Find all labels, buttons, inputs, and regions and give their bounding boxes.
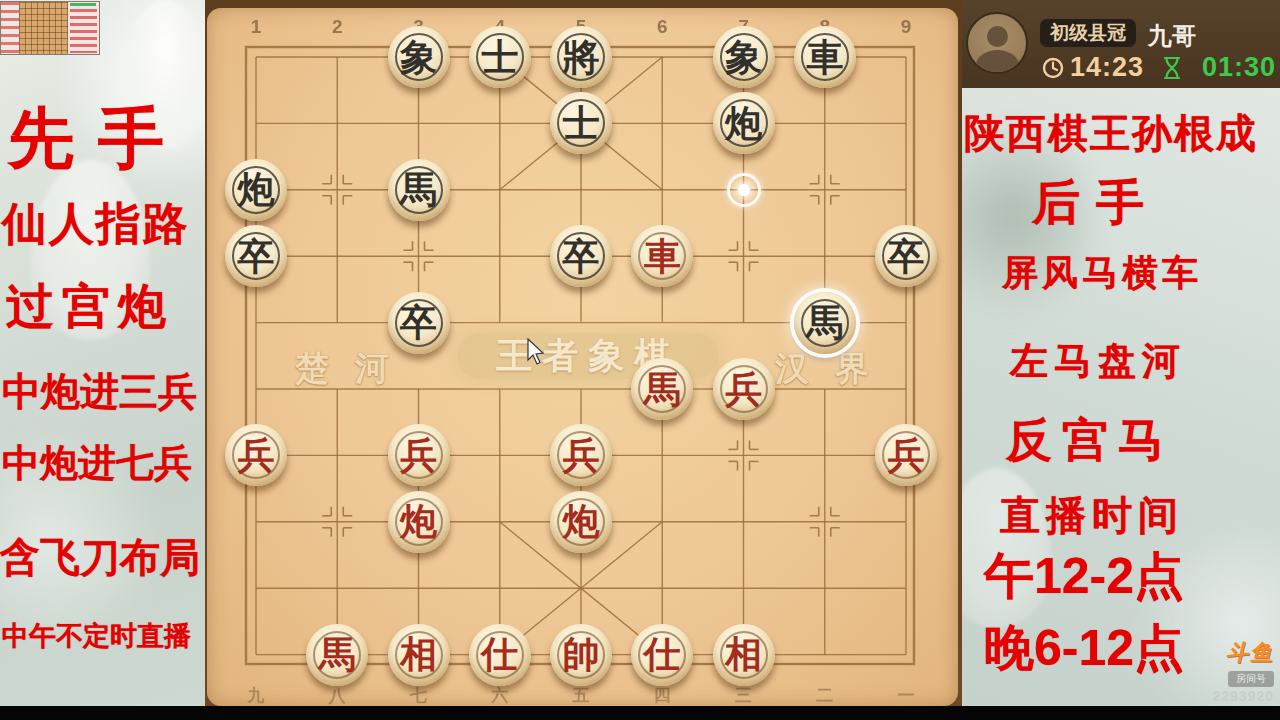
piece-character: 卒 (563, 238, 600, 275)
stream-frame: 先手 仙人指路 过宫炮 中炮进三兵 中炮进七兵 含飞刀布局 中午不定时直播 12… (0, 0, 1280, 720)
piece-character: 馬 (644, 371, 681, 408)
piece-character: 馬 (400, 171, 437, 208)
piece-character: 車 (644, 238, 681, 275)
piece-black-卒[interactable]: 卒 (550, 225, 612, 287)
piece-black-卒[interactable]: 卒 (388, 292, 450, 354)
mini-thumb-board (19, 2, 68, 54)
piece-red-兵[interactable]: 兵 (225, 424, 287, 486)
stream-logo: 斗鱼 房间号 2293920 (1188, 638, 1274, 704)
piece-red-兵[interactable]: 兵 (550, 424, 612, 486)
annotation-opening-2: 过宫炮 (6, 282, 174, 332)
player-name: 九哥 (1148, 20, 1196, 52)
letterbox-bar (0, 706, 1280, 720)
annotation-opening-3: 中炮进三兵 (2, 372, 197, 413)
piece-red-相[interactable]: 相 (388, 624, 450, 686)
piece-character: 士 (481, 39, 518, 76)
piece-character: 炮 (238, 171, 275, 208)
piece-black-馬[interactable]: 馬 (388, 159, 450, 221)
piece-red-馬[interactable]: 馬 (631, 358, 693, 420)
piece-character: 卒 (888, 238, 925, 275)
piece-character: 將 (563, 39, 600, 76)
piece-red-馬[interactable]: 馬 (306, 624, 368, 686)
piece-character: 卒 (400, 304, 437, 341)
piece-black-士[interactable]: 士 (469, 26, 531, 88)
left-sidebar: 先手 仙人指路 过宫炮 中炮进三兵 中炮进七兵 含飞刀布局 中午不定时直播 (0, 0, 205, 706)
player-panel: 初级县冠 九哥 14:23 01:30 (962, 0, 1280, 88)
annotation-opponent-name: 陕西棋王孙根成 (964, 112, 1258, 154)
avatar-shoulders-silhouette (976, 50, 1019, 74)
annotation-stream-time-title: 直播时间 (1000, 494, 1184, 536)
piece-red-仕[interactable]: 仕 (631, 624, 693, 686)
piece-character: 帥 (563, 636, 600, 673)
piece-red-兵[interactable]: 兵 (875, 424, 937, 486)
piece-character: 炮 (563, 503, 600, 540)
piece-black-炮[interactable]: 炮 (225, 159, 287, 221)
piece-black-士[interactable]: 士 (550, 92, 612, 154)
piece-character: 炮 (725, 105, 762, 142)
piece-character: 象 (725, 39, 762, 76)
piece-character: 相 (725, 636, 762, 673)
pieces-layer: 象士將象車士炮炮馬卒卒車卒卒馬馬兵兵兵兵兵炮炮馬相仕帥仕相 (207, 8, 958, 706)
annotation-stream-time-noon: 午12-2点 (984, 550, 1184, 603)
piece-red-兵[interactable]: 兵 (388, 424, 450, 486)
piece-character: 馬 (319, 636, 356, 673)
piece-red-帥[interactable]: 帥 (550, 624, 612, 686)
piece-character: 卒 (238, 238, 275, 275)
annotation-opening-4: 中炮进七兵 (2, 444, 192, 484)
mini-thumb-left-text (1, 2, 19, 54)
piece-black-象[interactable]: 象 (713, 26, 775, 88)
annotation-first-move: 先手 (8, 104, 188, 173)
piece-red-兵[interactable]: 兵 (713, 358, 775, 420)
last-move-origin-marker (727, 173, 761, 207)
piece-character: 相 (400, 636, 437, 673)
piece-red-車[interactable]: 車 (631, 225, 693, 287)
xiangqi-board[interactable]: 123456789 九八七六五四三二一 楚河 汉界 王者象棋 象士將象車士炮炮馬… (207, 8, 958, 706)
total-time: 14:23 (1070, 52, 1144, 83)
piece-character: 兵 (725, 371, 762, 408)
piece-character: 車 (806, 39, 843, 76)
piece-character: 兵 (563, 437, 600, 474)
piece-character: 炮 (400, 503, 437, 540)
move-time: 01:30 (1202, 52, 1276, 83)
piece-character: 仕 (644, 636, 681, 673)
clock-icon (1042, 57, 1064, 79)
piece-black-炮[interactable]: 炮 (713, 92, 775, 154)
avatar[interactable] (966, 12, 1028, 74)
annotation-stream-time-night: 晚6-12点 (984, 622, 1184, 675)
annotation-defense-3: 反宫马 (1006, 416, 1174, 464)
piece-red-炮[interactable]: 炮 (550, 491, 612, 553)
annotation-defense-1: 屏风马横车 (1002, 254, 1202, 292)
mini-thumb-right-text (68, 2, 99, 54)
piece-character: 象 (400, 39, 437, 76)
annotation-defense-2: 左马盘河 (1010, 342, 1186, 382)
clock-row: 14:23 01:30 (1042, 52, 1276, 83)
piece-black-卒[interactable]: 卒 (225, 225, 287, 287)
piece-red-仕[interactable]: 仕 (469, 624, 531, 686)
piece-red-炮[interactable]: 炮 (388, 491, 450, 553)
annotation-second-move: 后手 (1032, 178, 1160, 228)
mouse-cursor (527, 338, 547, 366)
room-number: 2293920 (1188, 688, 1274, 704)
avatar-head-silhouette (987, 26, 1008, 47)
piece-black-象[interactable]: 象 (388, 26, 450, 88)
rank-badge: 初级县冠 (1040, 19, 1136, 47)
annotation-opening-1: 仙人指路 (2, 200, 190, 247)
piece-red-相[interactable]: 相 (713, 624, 775, 686)
annotation-opening-5: 含飞刀布局 (0, 536, 200, 578)
piece-character: 士 (563, 105, 600, 142)
board-region: 123456789 九八七六五四三二一 楚河 汉界 王者象棋 象士將象車士炮炮馬… (205, 0, 962, 706)
piece-character: 兵 (400, 437, 437, 474)
piece-character: 馬 (806, 304, 843, 341)
mini-board-thumbnail (0, 1, 100, 55)
piece-character: 兵 (238, 437, 275, 474)
piece-character: 仕 (481, 636, 518, 673)
piece-black-馬[interactable]: 馬 (794, 292, 856, 354)
piece-character: 兵 (888, 437, 925, 474)
piece-black-車[interactable]: 車 (794, 26, 856, 88)
room-number-label: 房间号 (1228, 671, 1274, 687)
piece-black-卒[interactable]: 卒 (875, 225, 937, 287)
annotation-schedule-note: 中午不定时直播 (2, 622, 191, 650)
hourglass-icon (1162, 56, 1182, 80)
douyu-brand-logo: 斗鱼 (1188, 638, 1274, 668)
piece-black-將[interactable]: 將 (550, 26, 612, 88)
